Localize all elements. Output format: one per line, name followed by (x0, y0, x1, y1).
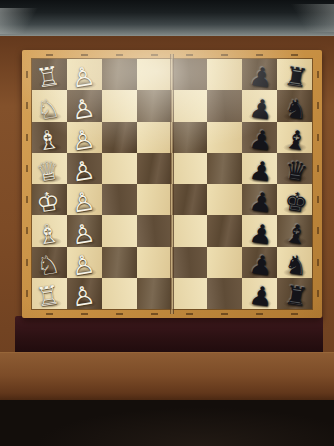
square-g1: ♘ (32, 247, 67, 278)
square-a5 (172, 59, 207, 90)
table-front-edge (0, 352, 334, 403)
coordinate-marks-left (24, 59, 29, 309)
white-pawn-piece: ♙ (69, 219, 96, 249)
square-e7: ♟ (242, 184, 277, 215)
square-g8: ♞ (277, 247, 312, 278)
square-h6 (207, 278, 242, 309)
coordinate-mark (207, 52, 242, 57)
square-c3 (102, 122, 137, 153)
square-b4 (137, 90, 172, 121)
black-bishop-piece: ♝ (282, 219, 309, 249)
square-d2: ♙ (67, 153, 102, 184)
coordinate-mark (24, 59, 29, 90)
square-d1: ♕ (32, 153, 67, 184)
square-d5 (172, 153, 207, 184)
background-wall (0, 0, 334, 36)
white-knight-piece: ♘ (34, 250, 61, 280)
square-h3 (102, 278, 137, 309)
square-d8: ♛ (277, 153, 312, 184)
coordinate-mark (24, 278, 29, 309)
coordinate-mark (242, 311, 277, 316)
square-h2: ♙ (67, 278, 102, 309)
coordinate-mark (242, 52, 277, 57)
white-pawn-piece: ♙ (69, 94, 96, 124)
square-e2: ♙ (67, 184, 102, 215)
square-c6 (207, 122, 242, 153)
square-a8: ♜ (277, 59, 312, 90)
square-c4 (137, 122, 172, 153)
coordinate-mark (207, 311, 242, 316)
square-f8: ♝ (277, 215, 312, 246)
square-f6 (207, 215, 242, 246)
square-h8: ♜ (277, 278, 312, 309)
coordinate-mark (172, 52, 207, 57)
square-a6 (207, 59, 242, 90)
black-pawn-piece: ♟ (247, 125, 274, 155)
coordinate-mark (67, 52, 102, 57)
white-rook-piece: ♖ (34, 63, 61, 93)
square-a2: ♙ (67, 59, 102, 90)
square-a1: ♖ (32, 59, 67, 90)
square-d3 (102, 153, 137, 184)
white-king-piece: ♔ (34, 188, 61, 218)
square-e8: ♚ (277, 184, 312, 215)
square-h1: ♖ (32, 278, 67, 309)
black-pawn-piece: ♟ (247, 94, 274, 124)
black-pawn-piece: ♟ (247, 219, 274, 249)
coordinate-mark (315, 122, 320, 153)
board-hinge-seam (170, 54, 174, 314)
square-e3 (102, 184, 137, 215)
black-pawn-piece: ♟ (247, 63, 274, 93)
white-queen-piece: ♕ (34, 156, 61, 186)
square-g4 (137, 247, 172, 278)
black-rook-piece: ♜ (282, 63, 309, 93)
coordinate-mark (137, 52, 172, 57)
square-g5 (172, 247, 207, 278)
square-c1: ♗ (32, 122, 67, 153)
square-b1: ♘ (32, 90, 67, 121)
square-e5 (172, 184, 207, 215)
black-pawn-piece: ♟ (247, 188, 274, 218)
white-bishop-piece: ♗ (34, 219, 61, 249)
white-rook-piece: ♖ (34, 281, 61, 311)
black-king-piece: ♚ (282, 188, 309, 218)
coordinate-mark (24, 90, 29, 121)
square-e4 (137, 184, 172, 215)
coordinate-mark (315, 90, 320, 121)
coordinate-mark (102, 52, 137, 57)
square-d7: ♟ (242, 153, 277, 184)
black-knight-piece: ♞ (282, 94, 309, 124)
square-b5 (172, 90, 207, 121)
black-pawn-piece: ♟ (247, 156, 274, 186)
square-d4 (137, 153, 172, 184)
white-bishop-piece: ♗ (34, 125, 61, 155)
coordinate-mark (172, 311, 207, 316)
square-d6 (207, 153, 242, 184)
coordinate-mark (32, 311, 67, 316)
black-rook-piece: ♜ (282, 281, 309, 311)
coordinate-mark (315, 215, 320, 246)
square-b3 (102, 90, 137, 121)
square-a7: ♟ (242, 59, 277, 90)
square-f4 (137, 215, 172, 246)
square-h4 (137, 278, 172, 309)
square-a3 (102, 59, 137, 90)
square-c2: ♙ (67, 122, 102, 153)
coordinate-mark (24, 122, 29, 153)
coordinate-mark (24, 184, 29, 215)
coordinate-mark (102, 311, 137, 316)
square-g2: ♙ (67, 247, 102, 278)
square-f5 (172, 215, 207, 246)
square-b2: ♙ (67, 90, 102, 121)
square-g3 (102, 247, 137, 278)
square-h5 (172, 278, 207, 309)
chess-photo-scene: ♖♙♟♜♘♙♟♞♗♙♟♝♕♙♟♛♔♙♟♚♗♙♟♝♘♙♟♞♖♙♟♜ (0, 0, 334, 446)
square-e6 (207, 184, 242, 215)
square-e1: ♔ (32, 184, 67, 215)
board-folded-edge (15, 316, 323, 354)
coordinate-mark (32, 52, 67, 57)
black-queen-piece: ♛ (282, 156, 309, 186)
coordinate-mark (137, 311, 172, 316)
white-knight-piece: ♘ (34, 94, 61, 124)
white-pawn-piece: ♙ (69, 156, 96, 186)
floor (0, 400, 334, 446)
square-f3 (102, 215, 137, 246)
black-bishop-piece: ♝ (282, 125, 309, 155)
square-c5 (172, 122, 207, 153)
square-b8: ♞ (277, 90, 312, 121)
chess-board: ♖♙♟♜♘♙♟♞♗♙♟♝♕♙♟♛♔♙♟♚♗♙♟♝♘♙♟♞♖♙♟♜ (22, 50, 322, 318)
square-h7: ♟ (242, 278, 277, 309)
square-b6 (207, 90, 242, 121)
square-f1: ♗ (32, 215, 67, 246)
white-pawn-piece: ♙ (69, 125, 96, 155)
coordinate-marks-right (315, 59, 320, 309)
white-pawn-piece: ♙ (69, 281, 96, 311)
square-a4 (137, 59, 172, 90)
coordinate-mark (315, 184, 320, 215)
square-f7: ♟ (242, 215, 277, 246)
white-pawn-piece: ♙ (69, 250, 96, 280)
white-pawn-piece: ♙ (69, 63, 96, 93)
black-pawn-piece: ♟ (247, 281, 274, 311)
coordinate-mark (24, 215, 29, 246)
black-knight-piece: ♞ (282, 250, 309, 280)
coordinate-mark (277, 52, 312, 57)
black-pawn-piece: ♟ (247, 250, 274, 280)
square-c8: ♝ (277, 122, 312, 153)
coordinate-mark (315, 247, 320, 278)
coordinate-mark (315, 153, 320, 184)
coordinate-mark (67, 311, 102, 316)
square-g7: ♟ (242, 247, 277, 278)
coordinate-mark (24, 247, 29, 278)
square-f2: ♙ (67, 215, 102, 246)
coordinate-mark (315, 59, 320, 90)
square-g6 (207, 247, 242, 278)
white-pawn-piece: ♙ (69, 188, 96, 218)
square-b7: ♟ (242, 90, 277, 121)
coordinate-mark (277, 311, 312, 316)
square-c7: ♟ (242, 122, 277, 153)
coordinate-mark (24, 153, 29, 184)
coordinate-mark (315, 278, 320, 309)
